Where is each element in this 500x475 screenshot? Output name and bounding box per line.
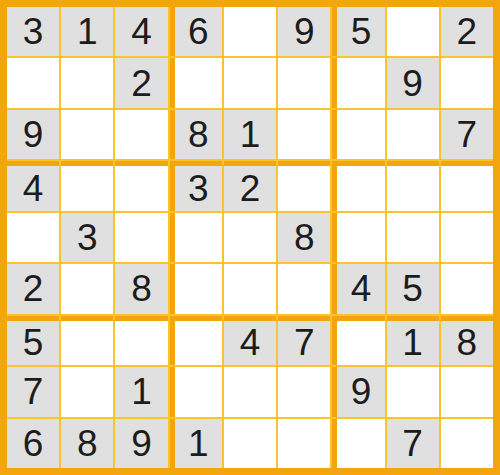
cell-r4c2[interactable]: [61, 161, 113, 210]
cell-r6c7[interactable]: 4: [332, 264, 384, 313]
cell-r8c6[interactable]: [278, 367, 330, 416]
cell-r7c8[interactable]: 1: [387, 316, 439, 365]
cell-r9c2[interactable]: 8: [61, 419, 113, 468]
cell-r2c2[interactable]: [61, 58, 113, 107]
cell-r6c8[interactable]: 5: [387, 264, 439, 313]
cell-r7c7[interactable]: [332, 316, 384, 365]
cell-r6c5[interactable]: [224, 264, 276, 313]
cell-r3c4[interactable]: 8: [170, 110, 222, 159]
cell-r4c7[interactable]: [332, 161, 384, 210]
cell-r3c5[interactable]: 1: [224, 110, 276, 159]
cell-r8c7[interactable]: 9: [332, 367, 384, 416]
cell-r1c7[interactable]: 5: [332, 7, 384, 56]
cell-r7c3[interactable]: [115, 316, 167, 365]
cell-r3c9[interactable]: 7: [441, 110, 493, 159]
cell-r5c9[interactable]: [441, 213, 493, 262]
cell-r4c5[interactable]: 2: [224, 161, 276, 210]
cell-r6c6[interactable]: [278, 264, 330, 313]
cell-r7c6[interactable]: 7: [278, 316, 330, 365]
cell-r5c3[interactable]: [115, 213, 167, 262]
cell-r3c6[interactable]: [278, 110, 330, 159]
cell-r2c9[interactable]: [441, 58, 493, 107]
cell-r6c4[interactable]: [170, 264, 222, 313]
cell-r6c2[interactable]: [61, 264, 113, 313]
cell-r3c7[interactable]: [332, 110, 384, 159]
cell-r6c3[interactable]: 8: [115, 264, 167, 313]
cell-r2c5[interactable]: [224, 58, 276, 107]
cell-r3c2[interactable]: [61, 110, 113, 159]
cell-r2c8[interactable]: 9: [387, 58, 439, 107]
cell-r8c3[interactable]: 1: [115, 367, 167, 416]
cell-r1c6[interactable]: 9: [278, 7, 330, 56]
cell-r1c5[interactable]: [224, 7, 276, 56]
cell-r5c2[interactable]: 3: [61, 213, 113, 262]
cell-r2c4[interactable]: [170, 58, 222, 107]
cell-r8c2[interactable]: [61, 367, 113, 416]
cell-r9c3[interactable]: 9: [115, 419, 167, 468]
cell-r4c9[interactable]: [441, 161, 493, 210]
cell-r8c5[interactable]: [224, 367, 276, 416]
cell-r8c4[interactable]: [170, 367, 222, 416]
cell-r1c1[interactable]: 3: [7, 7, 59, 56]
cell-r8c9[interactable]: [441, 367, 493, 416]
cell-r8c8[interactable]: [387, 367, 439, 416]
cell-r5c6[interactable]: 8: [278, 213, 330, 262]
cell-r5c4[interactable]: [170, 213, 222, 262]
cell-r5c5[interactable]: [224, 213, 276, 262]
cell-r1c8[interactable]: [387, 7, 439, 56]
cell-r4c3[interactable]: [115, 161, 167, 210]
cell-r1c4[interactable]: 6: [170, 7, 222, 56]
cell-r7c5[interactable]: 4: [224, 316, 276, 365]
cell-r6c1[interactable]: 2: [7, 264, 59, 313]
cell-r4c1[interactable]: 4: [7, 161, 59, 210]
cell-r4c6[interactable]: [278, 161, 330, 210]
cell-r9c7[interactable]: [332, 419, 384, 468]
cell-r3c8[interactable]: [387, 110, 439, 159]
cell-r5c8[interactable]: [387, 213, 439, 262]
cell-r9c5[interactable]: [224, 419, 276, 468]
cell-r3c1[interactable]: 9: [7, 110, 59, 159]
sudoku-board: 31469522998174323828455471871968917: [0, 0, 500, 475]
cell-r8c1[interactable]: 7: [7, 367, 59, 416]
cell-r1c9[interactable]: 2: [441, 7, 493, 56]
cell-r1c2[interactable]: 1: [61, 7, 113, 56]
cell-r5c1[interactable]: [7, 213, 59, 262]
cell-r9c6[interactable]: [278, 419, 330, 468]
cell-r4c8[interactable]: [387, 161, 439, 210]
cell-r4c4[interactable]: 3: [170, 161, 222, 210]
cell-r2c1[interactable]: [7, 58, 59, 107]
cell-r9c8[interactable]: 7: [387, 419, 439, 468]
cell-r1c3[interactable]: 4: [115, 7, 167, 56]
cell-r7c4[interactable]: [170, 316, 222, 365]
cell-r9c9[interactable]: [441, 419, 493, 468]
cell-r3c3[interactable]: [115, 110, 167, 159]
cell-r7c1[interactable]: 5: [7, 316, 59, 365]
cell-r7c9[interactable]: 8: [441, 316, 493, 365]
cell-r6c9[interactable]: [441, 264, 493, 313]
cell-r9c1[interactable]: 6: [7, 419, 59, 468]
cell-r2c7[interactable]: [332, 58, 384, 107]
cell-r2c3[interactable]: 2: [115, 58, 167, 107]
cell-r7c2[interactable]: [61, 316, 113, 365]
cell-r2c6[interactable]: [278, 58, 330, 107]
cell-r5c7[interactable]: [332, 213, 384, 262]
cell-r9c4[interactable]: 1: [170, 419, 222, 468]
